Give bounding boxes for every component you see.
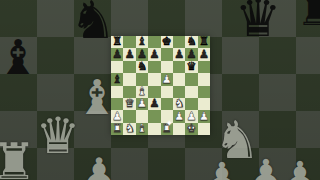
- square-d7: ♟: [148, 48, 160, 60]
- square-h1: [198, 123, 210, 135]
- piece-wP-c3: ♟: [137, 98, 147, 110]
- square-g1: ♚: [185, 123, 197, 135]
- square-f1: [173, 123, 185, 135]
- piece-wP-e5: ♟: [162, 74, 172, 86]
- video-frame: ♟♟♟♞♜♛♜♟♛♝♝♞ ♜♝♚♞♜♟♟♟♟♟♟♟♞♛♝♟♝♛♟♟♞♟♟♟♟♜♞…: [0, 0, 320, 180]
- move-effect-sparkle: ✦: [166, 120, 173, 128]
- piece-wQ-b3: ♛: [124, 98, 134, 110]
- square-h5: [198, 73, 210, 85]
- square-b1: ♞: [123, 123, 135, 135]
- square-g6: ♛: [185, 61, 197, 73]
- piece-bP-d3: ♟: [149, 98, 159, 110]
- piece-wP-f2: ♟: [174, 111, 184, 123]
- square-b3: ♛: [123, 98, 135, 110]
- piece-bB-a5: ♝: [112, 74, 122, 86]
- square-d1: [148, 123, 160, 135]
- piece-wP-h2: ♟: [199, 111, 209, 123]
- square-e7: [161, 48, 173, 60]
- square-c6: ♞: [136, 61, 148, 73]
- square-e8: ♚: [161, 36, 173, 48]
- square-f7: ♟: [173, 48, 185, 60]
- square-e4: [161, 86, 173, 98]
- square-h6: [198, 61, 210, 73]
- square-c3: ♟: [136, 98, 148, 110]
- square-a1: ♜: [111, 123, 123, 135]
- square-f6: [173, 61, 185, 73]
- piece-bP-d7: ♟: [149, 49, 159, 61]
- chess-board: ♜♝♚♞♜♟♟♟♟♟♟♟♞♛♝♟♝♛♟♟♞♟♟♟♟♜♞♝♜♚: [111, 36, 210, 135]
- square-a5: ♝: [111, 73, 123, 85]
- piece-wR-a1: ♜: [112, 123, 122, 135]
- square-g4: [185, 86, 197, 98]
- piece-wB-c1: ♝: [137, 123, 147, 135]
- square-e3: [161, 98, 173, 110]
- piece-wN-b1: ♞: [124, 123, 134, 135]
- piece-wK-g1: ♚: [186, 123, 196, 135]
- square-f5: [173, 73, 185, 85]
- square-a7: ♟: [111, 48, 123, 60]
- square-d3: ♟: [148, 98, 160, 110]
- piece-bN-c6: ♞: [137, 61, 147, 73]
- square-d2: [148, 110, 160, 122]
- square-b7: ♟: [123, 48, 135, 60]
- piece-bP-f7: ♟: [174, 49, 184, 61]
- piece-bP-b7: ♟: [124, 49, 134, 61]
- square-d6: [148, 61, 160, 73]
- square-b6: [123, 61, 135, 73]
- piece-bP-a7: ♟: [112, 49, 122, 61]
- piece-bP-h7: ♟: [199, 49, 209, 61]
- square-f2: ♟: [173, 110, 185, 122]
- square-h4: [198, 86, 210, 98]
- piece-bK-e8: ♚: [162, 36, 172, 48]
- square-g5: [185, 73, 197, 85]
- square-c1: ♝: [136, 123, 148, 135]
- square-a4: [111, 86, 123, 98]
- square-b5: [123, 73, 135, 85]
- piece-bQ-g6: ♛: [186, 61, 196, 73]
- square-h7: ♟: [198, 48, 210, 60]
- square-e5: ♟: [161, 73, 173, 85]
- square-h2: ♟: [198, 110, 210, 122]
- square-d5: [148, 73, 160, 85]
